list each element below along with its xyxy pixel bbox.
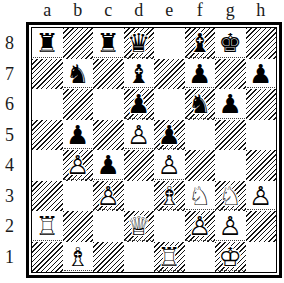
white-pawn: ♟♙ <box>93 181 124 212</box>
black-pawn: ♟ <box>124 89 155 120</box>
square-c2 <box>93 211 124 242</box>
black-knight: ♞ <box>63 59 94 90</box>
rank-label-7: 7 <box>0 59 19 90</box>
rank-label-3: 3 <box>0 181 19 212</box>
white-pawn: ♟♙ <box>185 211 216 242</box>
square-f3: ♞♘ <box>185 181 216 212</box>
square-b4: ♟♙ <box>63 150 94 181</box>
square-e6 <box>154 89 185 120</box>
square-a2: ♜♖ <box>32 211 63 242</box>
square-e7 <box>154 59 185 90</box>
rank-labels: 87654321 <box>0 28 19 272</box>
rank-label-2: 2 <box>0 211 19 242</box>
square-b8 <box>63 28 94 59</box>
square-g5 <box>215 120 246 151</box>
square-a1 <box>32 242 63 273</box>
square-d1 <box>124 242 155 273</box>
square-b3 <box>63 181 94 212</box>
square-g2: ♟♙ <box>215 211 246 242</box>
square-f8: ♝ <box>185 28 216 59</box>
square-c8: ♜ <box>93 28 124 59</box>
square-g6: ♟ <box>215 89 246 120</box>
white-pawn: ♟♙ <box>124 120 155 151</box>
black-pawn: ♟ <box>63 120 94 151</box>
square-h6 <box>246 89 277 120</box>
black-pawn: ♟ <box>215 89 246 120</box>
chess-diagram: abcdefgh 87654321 ♜♜♛♝♚♞♝♟♟♟♞♟♟♟♙♟♟♙♟♟♙♟… <box>0 0 284 283</box>
white-knight: ♞♘ <box>185 181 216 212</box>
square-e8 <box>154 28 185 59</box>
square-g8: ♚ <box>215 28 246 59</box>
white-bishop: ♝♗ <box>63 242 94 273</box>
square-d8: ♛ <box>124 28 155 59</box>
file-label-b: b <box>63 0 94 22</box>
rank-label-6: 6 <box>0 89 19 120</box>
white-queen: ♛♕ <box>124 211 155 242</box>
file-label-f: f <box>185 0 216 22</box>
square-f2: ♟♙ <box>185 211 216 242</box>
black-rook: ♜ <box>93 28 124 59</box>
file-label-g: g <box>215 0 246 22</box>
square-e1: ♜♖ <box>154 242 185 273</box>
square-e4: ♟♙ <box>154 150 185 181</box>
black-pawn: ♟ <box>185 59 216 90</box>
rank-label-5: 5 <box>0 120 19 151</box>
square-h5 <box>246 120 277 151</box>
square-a7 <box>32 59 63 90</box>
square-f6: ♞ <box>185 89 216 120</box>
square-c5 <box>93 120 124 151</box>
white-king: ♚♔ <box>215 242 246 273</box>
file-labels: abcdefgh <box>32 0 276 22</box>
black-pawn: ♟ <box>154 120 185 151</box>
file-label-e: e <box>154 0 185 22</box>
square-b6 <box>63 89 94 120</box>
rank-label-4: 4 <box>0 150 19 181</box>
white-rook: ♜♖ <box>154 242 185 273</box>
square-b7: ♞ <box>63 59 94 90</box>
square-c3: ♟♙ <box>93 181 124 212</box>
square-g4 <box>215 150 246 181</box>
white-rook: ♜♖ <box>32 211 63 242</box>
square-b5: ♟ <box>63 120 94 151</box>
square-c6 <box>93 89 124 120</box>
file-label-c: c <box>93 0 124 22</box>
black-queen: ♛ <box>124 28 155 59</box>
white-bishop: ♝♗ <box>154 181 185 212</box>
black-pawn: ♟ <box>93 150 124 181</box>
square-f7: ♟ <box>185 59 216 90</box>
square-a8: ♜ <box>32 28 63 59</box>
square-f1 <box>185 242 216 273</box>
square-h3: ♟♙ <box>246 181 277 212</box>
square-g1: ♚♔ <box>215 242 246 273</box>
black-rook: ♜ <box>32 28 63 59</box>
square-d5: ♟♙ <box>124 120 155 151</box>
black-bishop: ♝ <box>124 59 155 90</box>
square-h1 <box>246 242 277 273</box>
square-a3 <box>32 181 63 212</box>
white-pawn: ♟♙ <box>63 150 94 181</box>
square-a6 <box>32 89 63 120</box>
white-pawn: ♟♙ <box>215 211 246 242</box>
square-e3: ♝♗ <box>154 181 185 212</box>
black-pawn: ♟ <box>246 59 277 90</box>
square-h4 <box>246 150 277 181</box>
white-knight: ♞♘ <box>215 181 246 212</box>
white-pawn: ♟♙ <box>154 150 185 181</box>
file-label-a: a <box>32 0 63 22</box>
square-h2 <box>246 211 277 242</box>
square-a5 <box>32 120 63 151</box>
black-bishop: ♝ <box>185 28 216 59</box>
board-frame: ♜♜♛♝♚♞♝♟♟♟♞♟♟♟♙♟♟♙♟♟♙♟♙♝♗♞♘♞♘♟♙♜♖♛♕♟♙♟♙♝… <box>26 22 282 278</box>
square-g3: ♞♘ <box>215 181 246 212</box>
black-knight: ♞ <box>185 89 216 120</box>
square-c4: ♟ <box>93 150 124 181</box>
square-d6: ♟ <box>124 89 155 120</box>
file-label-d: d <box>124 0 155 22</box>
square-h7: ♟ <box>246 59 277 90</box>
square-h8 <box>246 28 277 59</box>
rank-label-8: 8 <box>0 28 19 59</box>
square-g7 <box>215 59 246 90</box>
square-f4 <box>185 150 216 181</box>
white-pawn: ♟♙ <box>246 181 277 212</box>
square-e5: ♟ <box>154 120 185 151</box>
square-c1 <box>93 242 124 273</box>
board-inner-border: ♜♜♛♝♚♞♝♟♟♟♞♟♟♟♙♟♟♙♟♟♙♟♙♝♗♞♘♞♘♟♙♜♖♛♕♟♙♟♙♝… <box>31 27 277 273</box>
square-d4 <box>124 150 155 181</box>
chess-board: ♜♜♛♝♚♞♝♟♟♟♞♟♟♟♙♟♟♙♟♟♙♟♙♝♗♞♘♞♘♟♙♜♖♛♕♟♙♟♙♝… <box>32 28 276 272</box>
square-a4 <box>32 150 63 181</box>
square-b1: ♝♗ <box>63 242 94 273</box>
square-e2 <box>154 211 185 242</box>
square-d2: ♛♕ <box>124 211 155 242</box>
black-king: ♚ <box>215 28 246 59</box>
rank-label-1: 1 <box>0 242 19 273</box>
square-b2 <box>63 211 94 242</box>
square-c7 <box>93 59 124 90</box>
square-f5 <box>185 120 216 151</box>
file-label-h: h <box>246 0 277 22</box>
square-d3 <box>124 181 155 212</box>
square-d7: ♝ <box>124 59 155 90</box>
